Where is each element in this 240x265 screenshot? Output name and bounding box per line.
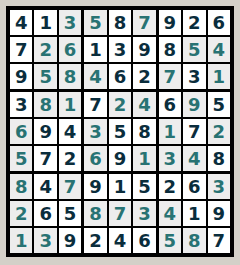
cell-r7c3[interactable]: 7	[59, 174, 81, 199]
cell-r3c2[interactable]: 5	[34, 64, 56, 89]
cell-r9c8[interactable]: 8	[183, 228, 205, 253]
cell-r1c8[interactable]: 2	[183, 10, 205, 35]
box-3: 926854731	[159, 10, 230, 89]
cell-r2c4[interactable]: 1	[84, 37, 106, 62]
cell-r7c9[interactable]: 3	[208, 174, 230, 199]
cell-r1c1[interactable]: 4	[10, 10, 32, 35]
cell-r4c3[interactable]: 1	[59, 92, 81, 117]
cell-r7c4[interactable]: 9	[84, 174, 106, 199]
cell-r1c3[interactable]: 3	[59, 10, 81, 35]
box-9: 263419587	[159, 174, 230, 253]
cell-r8c3[interactable]: 5	[59, 201, 81, 226]
cell-r4c2[interactable]: 8	[34, 92, 56, 117]
cell-r8c2[interactable]: 6	[34, 201, 56, 226]
box-8: 915873246	[84, 174, 155, 253]
cell-r1c2[interactable]: 1	[34, 10, 56, 35]
cell-r2c6[interactable]: 9	[133, 37, 155, 62]
cell-r3c3[interactable]: 8	[59, 64, 81, 89]
box-6: 695172348	[159, 92, 230, 171]
cell-r7c6[interactable]: 5	[133, 174, 155, 199]
cell-r2c9[interactable]: 4	[208, 37, 230, 62]
cell-r6c2[interactable]: 7	[34, 146, 56, 171]
cell-r8c7[interactable]: 4	[159, 201, 181, 226]
cell-r3c5[interactable]: 6	[109, 64, 131, 89]
cell-r7c1[interactable]: 8	[10, 174, 32, 199]
box-1: 413726958	[10, 10, 81, 89]
cell-r5c2[interactable]: 9	[34, 119, 56, 144]
cell-r5c6[interactable]: 8	[133, 119, 155, 144]
cell-r6c7[interactable]: 3	[159, 146, 181, 171]
cell-r7c8[interactable]: 6	[183, 174, 205, 199]
cell-r9c7[interactable]: 5	[159, 228, 181, 253]
cell-r4c1[interactable]: 3	[10, 92, 32, 117]
box-2: 587139462	[84, 10, 155, 89]
cell-r4c6[interactable]: 4	[133, 92, 155, 117]
cell-r5c3[interactable]: 4	[59, 119, 81, 144]
cell-r7c5[interactable]: 1	[109, 174, 131, 199]
cell-r6c6[interactable]: 1	[133, 146, 155, 171]
cell-r6c3[interactable]: 2	[59, 146, 81, 171]
cell-r4c9[interactable]: 5	[208, 92, 230, 117]
cell-r8c9[interactable]: 9	[208, 201, 230, 226]
cell-r6c1[interactable]: 5	[10, 146, 32, 171]
cell-r5c4[interactable]: 3	[84, 119, 106, 144]
cell-r4c4[interactable]: 7	[84, 92, 106, 117]
box-7: 847265139	[10, 174, 81, 253]
cell-r6c8[interactable]: 4	[183, 146, 205, 171]
cell-r8c5[interactable]: 7	[109, 201, 131, 226]
cell-r8c4[interactable]: 8	[84, 201, 106, 226]
box-5: 724358691	[84, 92, 155, 171]
cell-r9c2[interactable]: 3	[34, 228, 56, 253]
box-4: 381694572	[10, 92, 81, 171]
cell-r5c5[interactable]: 5	[109, 119, 131, 144]
cell-r2c7[interactable]: 8	[159, 37, 181, 62]
cell-r8c6[interactable]: 3	[133, 201, 155, 226]
cell-r1c9[interactable]: 6	[208, 10, 230, 35]
cell-r3c4[interactable]: 4	[84, 64, 106, 89]
cell-r5c7[interactable]: 1	[159, 119, 181, 144]
cell-r9c3[interactable]: 9	[59, 228, 81, 253]
cell-r1c4[interactable]: 5	[84, 10, 106, 35]
cell-r8c1[interactable]: 2	[10, 201, 32, 226]
cell-r4c8[interactable]: 9	[183, 92, 205, 117]
cell-r3c8[interactable]: 3	[183, 64, 205, 89]
cell-r9c6[interactable]: 6	[133, 228, 155, 253]
cell-r2c3[interactable]: 6	[59, 37, 81, 62]
cell-r4c5[interactable]: 2	[109, 92, 131, 117]
cell-r3c6[interactable]: 2	[133, 64, 155, 89]
cell-r2c8[interactable]: 5	[183, 37, 205, 62]
cell-r9c1[interactable]: 1	[10, 228, 32, 253]
cell-r5c8[interactable]: 7	[183, 119, 205, 144]
sudoku-board: 4137269585871394629268547313816945727243…	[6, 6, 234, 257]
cell-r7c7[interactable]: 2	[159, 174, 181, 199]
cell-r4c7[interactable]: 6	[159, 92, 181, 117]
cell-r1c5[interactable]: 8	[109, 10, 131, 35]
cell-r2c2[interactable]: 2	[34, 37, 56, 62]
cell-r2c5[interactable]: 3	[109, 37, 131, 62]
cell-r7c2[interactable]: 4	[34, 174, 56, 199]
cell-r2c1[interactable]: 7	[10, 37, 32, 62]
cell-r6c5[interactable]: 9	[109, 146, 131, 171]
cell-r5c1[interactable]: 6	[10, 119, 32, 144]
cell-r6c4[interactable]: 6	[84, 146, 106, 171]
cell-r5c9[interactable]: 2	[208, 119, 230, 144]
cell-r6c9[interactable]: 8	[208, 146, 230, 171]
cell-r8c8[interactable]: 1	[183, 201, 205, 226]
cell-r3c7[interactable]: 7	[159, 64, 181, 89]
cell-r9c9[interactable]: 7	[208, 228, 230, 253]
cell-r1c7[interactable]: 9	[159, 10, 181, 35]
cell-r9c5[interactable]: 4	[109, 228, 131, 253]
cell-r3c1[interactable]: 9	[10, 64, 32, 89]
cell-r1c6[interactable]: 7	[133, 10, 155, 35]
cell-r9c4[interactable]: 2	[84, 228, 106, 253]
cell-r3c9[interactable]: 1	[208, 64, 230, 89]
